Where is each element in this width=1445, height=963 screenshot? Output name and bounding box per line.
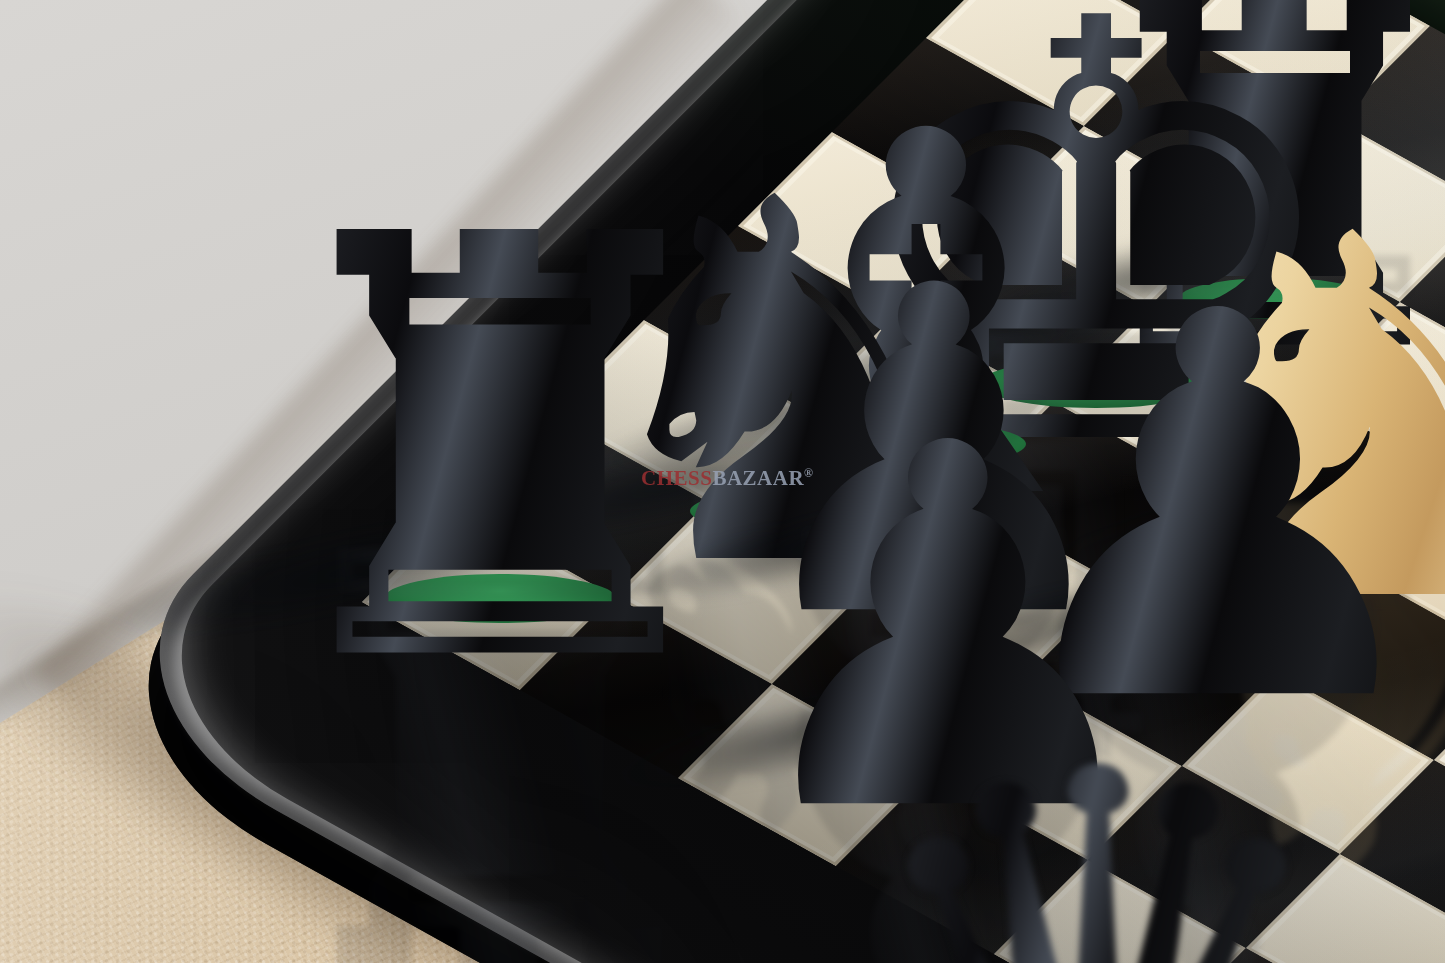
chessbazaar-watermark: CHESSBAZAAR®: [641, 466, 814, 491]
registered-mark-icon: ®: [804, 466, 813, 480]
black-rook-glyph: ♜: [240, 162, 760, 742]
watermark-bazaar: BAZAAR: [712, 466, 804, 490]
chess-set-product-photo: ♜♜♚♚♝♝♞♞♞♞♟♟♜♜♟♟♟♟♛ CHESSBAZAAR®: [0, 0, 1445, 963]
watermark-chess: CHESS: [641, 466, 712, 490]
black-queen-glyph: ♛: [846, 698, 1348, 963]
